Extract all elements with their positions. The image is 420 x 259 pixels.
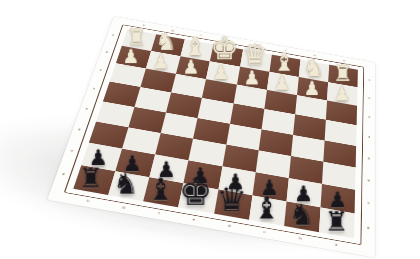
square-a4[interactable]: [325, 120, 357, 146]
square-f3[interactable]: [171, 74, 206, 98]
black-bishop[interactable]: ♝: [143, 174, 179, 204]
rank-label: 5: [85, 107, 88, 110]
black-knight[interactable]: ♞: [284, 200, 320, 229]
rank-label: 3: [99, 69, 102, 72]
black-rook[interactable]: ♜: [319, 209, 355, 236]
rank-label: 8: [367, 226, 370, 230]
rank-label: 2: [368, 97, 370, 100]
white-queen[interactable]: ♛: [239, 40, 269, 69]
rank-labels-right: 12345678: [365, 71, 372, 241]
rank-label: 4: [92, 88, 95, 91]
rank-label: 6: [78, 128, 82, 131]
square-c4[interactable]: [261, 109, 295, 135]
black-queen[interactable]: ♛: [213, 182, 249, 216]
square-b4[interactable]: [293, 114, 326, 140]
white-pawn[interactable]: ♟: [236, 68, 267, 87]
rank-label: 2: [105, 51, 108, 54]
rank-label: 8: [61, 173, 65, 176]
square-d5[interactable]: [226, 123, 261, 150]
file-label: g: [122, 206, 126, 210]
white-pawn[interactable]: ♟: [146, 52, 177, 71]
file-label: h: [86, 199, 90, 203]
rank-label: 4: [368, 136, 370, 139]
white-pawn[interactable]: ♟: [266, 74, 297, 93]
black-king[interactable]: ♚: [178, 173, 214, 211]
photo-frame: hgfedcba hgfedcba 12345678 12345678 ♜♞♝♚…: [0, 0, 420, 259]
chess-board[interactable]: ♜♞♝♚♛♝♞♜♟♟♟♟♟♟♟♟♟♟♟♟♟♟♟♟♜♞♝♚♛♝♞♜: [73, 29, 358, 238]
white-pawn[interactable]: ♟: [206, 63, 237, 82]
white-king[interactable]: ♚: [210, 32, 240, 64]
rank-label: 1: [368, 79, 370, 82]
file-label: e: [192, 218, 195, 222]
square-e3[interactable]: [202, 79, 236, 103]
file-label: b: [299, 237, 302, 241]
rank-label: 1: [111, 34, 114, 36]
white-pawn[interactable]: ♟: [116, 47, 147, 66]
black-knight[interactable]: ♞: [108, 169, 144, 198]
black-bishop[interactable]: ♝: [248, 193, 284, 223]
file-label: f: [158, 212, 160, 215]
file-label: c: [263, 231, 266, 235]
rank-label: 6: [367, 179, 370, 182]
square-b6[interactable]: [289, 156, 324, 184]
rank-label: 7: [70, 150, 74, 153]
white-pawn[interactable]: ♟: [176, 58, 207, 77]
rank-label: 3: [368, 116, 370, 119]
white-pawn[interactable]: ♟: [327, 84, 358, 103]
black-rook[interactable]: ♜: [73, 165, 109, 192]
file-label: a: [335, 243, 338, 247]
rank-label: 5: [368, 157, 371, 160]
rank-label: 7: [367, 202, 370, 205]
file-label: d: [228, 224, 231, 228]
white-pawn[interactable]: ♟: [297, 79, 328, 98]
